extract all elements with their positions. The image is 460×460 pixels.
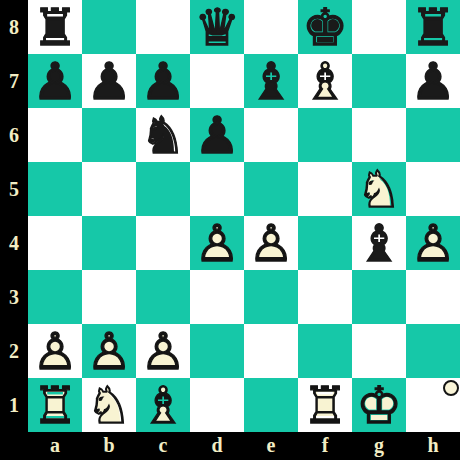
- square-c8[interactable]: [136, 0, 190, 54]
- square-a7[interactable]: ♟♙: [28, 54, 82, 108]
- square-e4[interactable]: ♟♙: [244, 216, 298, 270]
- square-d3[interactable]: [190, 270, 244, 324]
- square-a6[interactable]: [28, 108, 82, 162]
- white-to-move-indicator: [443, 380, 459, 396]
- black-rook-h8[interactable]: ♜♖: [406, 0, 460, 54]
- square-c3[interactable]: [136, 270, 190, 324]
- white-pawn-a2[interactable]: ♟♙: [28, 324, 82, 378]
- square-e8[interactable]: [244, 0, 298, 54]
- square-c7[interactable]: ♟♙: [136, 54, 190, 108]
- square-b7[interactable]: ♟♙: [82, 54, 136, 108]
- square-b4[interactable]: [82, 216, 136, 270]
- square-h5[interactable]: [406, 162, 460, 216]
- file-label-h: h: [406, 432, 460, 460]
- square-b3[interactable]: [82, 270, 136, 324]
- file-label-b: b: [82, 432, 136, 460]
- rank-label-5: 5: [0, 162, 28, 216]
- black-pawn-c7[interactable]: ♟♙: [136, 54, 190, 108]
- rank-label-1: 1: [0, 378, 28, 432]
- square-g7[interactable]: [352, 54, 406, 108]
- square-a5[interactable]: [28, 162, 82, 216]
- square-f8[interactable]: ♚♔: [298, 0, 352, 54]
- square-f6[interactable]: [298, 108, 352, 162]
- white-rook-a1[interactable]: ♜♖: [28, 378, 82, 432]
- square-a2[interactable]: ♟♙: [28, 324, 82, 378]
- square-h8[interactable]: ♜♖: [406, 0, 460, 54]
- square-a3[interactable]: [28, 270, 82, 324]
- white-knight-b1[interactable]: ♞♘: [82, 378, 136, 432]
- black-rook-a8[interactable]: ♜♖: [28, 0, 82, 54]
- file-label-d: d: [190, 432, 244, 460]
- white-bishop-c1[interactable]: ♝♗: [136, 378, 190, 432]
- file-label-e: e: [244, 432, 298, 460]
- square-b6[interactable]: [82, 108, 136, 162]
- black-pawn-d6[interactable]: ♟♙: [190, 108, 244, 162]
- square-d1[interactable]: [190, 378, 244, 432]
- square-d5[interactable]: [190, 162, 244, 216]
- white-pawn-e4[interactable]: ♟♙: [244, 216, 298, 270]
- rank-label-3: 3: [0, 270, 28, 324]
- chess-board: ♜♖♛♕♚♔♜♖♟♙♟♙♟♙♝♗♝♗♟♙♞♘♟♙♞♘♟♙♟♙♝♗♟♙♟♙♟♙♟♙…: [28, 0, 460, 432]
- black-bishop-g4[interactable]: ♝♗: [352, 216, 406, 270]
- square-f1[interactable]: ♜♖: [298, 378, 352, 432]
- square-g2[interactable]: [352, 324, 406, 378]
- square-e6[interactable]: [244, 108, 298, 162]
- rank-label-8: 8: [0, 0, 28, 54]
- black-bishop-e7[interactable]: ♝♗: [244, 54, 298, 108]
- square-d7[interactable]: [190, 54, 244, 108]
- file-label-c: c: [136, 432, 190, 460]
- square-e7[interactable]: ♝♗: [244, 54, 298, 108]
- white-bishop-f7[interactable]: ♝♗: [298, 54, 352, 108]
- square-f4[interactable]: [298, 216, 352, 270]
- square-f3[interactable]: [298, 270, 352, 324]
- square-e2[interactable]: [244, 324, 298, 378]
- file-label-g: g: [352, 432, 406, 460]
- square-c1[interactable]: ♝♗: [136, 378, 190, 432]
- white-pawn-h4[interactable]: ♟♙: [406, 216, 460, 270]
- square-g5[interactable]: ♞♘: [352, 162, 406, 216]
- rank-label-6: 6: [0, 108, 28, 162]
- square-d2[interactable]: [190, 324, 244, 378]
- square-g8[interactable]: [352, 0, 406, 54]
- black-pawn-a7[interactable]: ♟♙: [28, 54, 82, 108]
- white-rook-f1[interactable]: ♜♖: [298, 378, 352, 432]
- file-label-a: a: [28, 432, 82, 460]
- black-king-f8[interactable]: ♚♔: [298, 0, 352, 54]
- chess-diagram: 87654321 ♜♖♛♕♚♔♜♖♟♙♟♙♟♙♝♗♝♗♟♙♞♘♟♙♞♘♟♙♟♙♝…: [0, 0, 460, 460]
- square-f7[interactable]: ♝♗: [298, 54, 352, 108]
- white-king-g1[interactable]: ♚♔: [352, 378, 406, 432]
- square-g6[interactable]: [352, 108, 406, 162]
- square-d4[interactable]: ♟♙: [190, 216, 244, 270]
- square-h3[interactable]: [406, 270, 460, 324]
- rank-label-4: 4: [0, 216, 28, 270]
- square-g3[interactable]: [352, 270, 406, 324]
- white-pawn-d4[interactable]: ♟♙: [190, 216, 244, 270]
- square-f5[interactable]: [298, 162, 352, 216]
- square-c5[interactable]: [136, 162, 190, 216]
- square-h6[interactable]: [406, 108, 460, 162]
- black-knight-c6[interactable]: ♞♘: [136, 108, 190, 162]
- square-b8[interactable]: [82, 0, 136, 54]
- square-b5[interactable]: [82, 162, 136, 216]
- square-d6[interactable]: ♟♙: [190, 108, 244, 162]
- square-g1[interactable]: ♚♔: [352, 378, 406, 432]
- square-h4[interactable]: ♟♙: [406, 216, 460, 270]
- black-queen-d8[interactable]: ♛♕: [190, 0, 244, 54]
- square-g4[interactable]: ♝♗: [352, 216, 406, 270]
- rank-label-7: 7: [0, 54, 28, 108]
- black-pawn-b7[interactable]: ♟♙: [82, 54, 136, 108]
- white-knight-g5[interactable]: ♞♘: [352, 162, 406, 216]
- file-label-f: f: [298, 432, 352, 460]
- square-h2[interactable]: [406, 324, 460, 378]
- square-b1[interactable]: ♞♘: [82, 378, 136, 432]
- square-f2[interactable]: [298, 324, 352, 378]
- square-d8[interactable]: ♛♕: [190, 0, 244, 54]
- square-e1[interactable]: [244, 378, 298, 432]
- square-h7[interactable]: ♟♙: [406, 54, 460, 108]
- rank-label-2: 2: [0, 324, 28, 378]
- white-pawn-b2[interactable]: ♟♙: [82, 324, 136, 378]
- square-a4[interactable]: [28, 216, 82, 270]
- square-b2[interactable]: ♟♙: [82, 324, 136, 378]
- square-e5[interactable]: [244, 162, 298, 216]
- square-e3[interactable]: [244, 270, 298, 324]
- square-a8[interactable]: ♜♖: [28, 0, 82, 54]
- square-c4[interactable]: [136, 216, 190, 270]
- white-pawn-c2[interactable]: ♟♙: [136, 324, 190, 378]
- square-c2[interactable]: ♟♙: [136, 324, 190, 378]
- square-a1[interactable]: ♜♖: [28, 378, 82, 432]
- file-labels: abcdefgh: [28, 432, 460, 460]
- rank-labels: 87654321: [0, 0, 28, 432]
- square-c6[interactable]: ♞♘: [136, 108, 190, 162]
- black-pawn-h7[interactable]: ♟♙: [406, 54, 460, 108]
